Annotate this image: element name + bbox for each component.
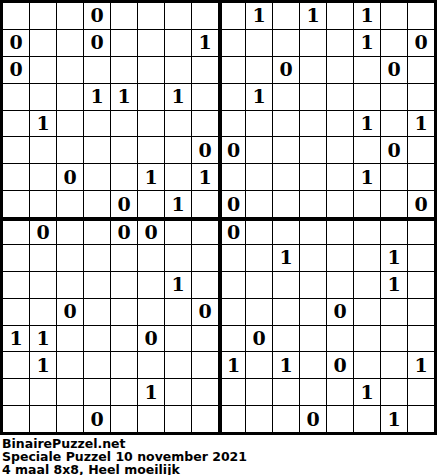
cell-r11c1[interactable]	[30, 299, 56, 325]
cell-r11c0[interactable]	[3, 299, 29, 325]
cell-r9c8[interactable]	[219, 245, 245, 271]
cell-r14c13: 1	[354, 379, 380, 405]
cell-r11c4[interactable]	[111, 299, 137, 325]
cell-r5c7: 0	[192, 137, 218, 163]
cell-r15c7[interactable]	[192, 406, 218, 432]
cell-r13c5[interactable]	[138, 352, 164, 378]
cell-r7c12[interactable]	[327, 191, 353, 217]
cell-r10c8[interactable]	[219, 272, 245, 298]
cell-r13c3[interactable]	[84, 352, 110, 378]
cell-r0c6[interactable]	[165, 3, 191, 29]
cell-r4c10[interactable]	[273, 111, 299, 137]
cell-r12c12[interactable]	[327, 326, 353, 352]
puzzle-difficulty: 4 maal 8x8, Heel moeilijk	[2, 463, 437, 475]
cell-r2c4[interactable]	[111, 57, 137, 83]
cell-r9c14: 1	[381, 245, 407, 271]
cell-r11c9[interactable]	[246, 299, 272, 325]
cell-r11c2: 0	[57, 299, 83, 325]
cell-r8c0[interactable]	[3, 218, 29, 244]
cell-r1c15: 0	[408, 30, 434, 56]
cell-r4c8[interactable]	[219, 111, 245, 137]
cell-r9c0[interactable]	[3, 245, 29, 271]
cell-r5c9[interactable]	[246, 137, 272, 163]
cell-r4c7[interactable]	[192, 111, 218, 137]
cell-r9c13[interactable]	[354, 245, 380, 271]
cell-r15c8[interactable]	[219, 406, 245, 432]
cell-r2c6[interactable]	[165, 57, 191, 83]
cell-r9c4[interactable]	[111, 245, 137, 271]
cell-r11c7: 0	[192, 299, 218, 325]
cell-r14c10[interactable]	[273, 379, 299, 405]
cell-r7c15: 0	[408, 191, 434, 217]
cell-r13c8: 1	[219, 352, 245, 378]
cell-r8c7[interactable]	[192, 218, 218, 244]
cell-r5c8: 0	[219, 137, 245, 163]
cell-r15c5[interactable]	[138, 406, 164, 432]
cell-r9c5[interactable]	[138, 245, 164, 271]
cell-r9c2[interactable]	[57, 245, 83, 271]
cell-r5c2[interactable]	[57, 137, 83, 163]
cell-r7c4: 0	[111, 191, 137, 217]
cell-r14c7[interactable]	[192, 379, 218, 405]
cell-r4c15: 1	[408, 111, 434, 137]
cell-r0c3: 0	[84, 3, 110, 29]
cell-r11c10[interactable]	[273, 299, 299, 325]
cell-r6c0[interactable]	[3, 164, 29, 190]
cell-r14c14[interactable]	[381, 379, 407, 405]
cell-r2c10: 0	[273, 57, 299, 83]
cell-r9c11[interactable]	[300, 245, 326, 271]
cell-r3c11[interactable]	[300, 84, 326, 110]
footer: BinairePuzzel.net Speciale Puzzel 10 nov…	[0, 435, 437, 475]
cell-r5c11[interactable]	[300, 137, 326, 163]
cell-r2c7[interactable]	[192, 57, 218, 83]
cell-r6c7: 1	[192, 164, 218, 190]
cell-r12c10[interactable]	[273, 326, 299, 352]
cell-r1c10[interactable]	[273, 30, 299, 56]
cell-r12c9: 0	[246, 326, 272, 352]
cell-r9c9[interactable]	[246, 245, 272, 271]
cell-r10c6: 1	[165, 272, 191, 298]
cell-r2c1[interactable]	[30, 57, 56, 83]
cell-r0c11: 1	[300, 3, 326, 29]
cell-r14c12[interactable]	[327, 379, 353, 405]
cell-r11c6[interactable]	[165, 299, 191, 325]
cell-r3c5[interactable]	[138, 84, 164, 110]
cell-r12c6[interactable]	[165, 326, 191, 352]
cell-r2c12[interactable]	[327, 57, 353, 83]
cell-r8c5: 0	[138, 218, 164, 244]
cell-r13c14[interactable]	[381, 352, 407, 378]
cell-r9c7[interactable]	[192, 245, 218, 271]
cell-r13c2[interactable]	[57, 352, 83, 378]
cell-r0c1[interactable]	[30, 3, 56, 29]
cell-r1c2[interactable]	[57, 30, 83, 56]
cell-r3c14[interactable]	[381, 84, 407, 110]
cell-r14c15[interactable]	[408, 379, 434, 405]
cell-r15c1[interactable]	[30, 406, 56, 432]
cell-r0c0[interactable]	[3, 3, 29, 29]
cell-r6c10[interactable]	[273, 164, 299, 190]
cell-r3c10[interactable]	[273, 84, 299, 110]
cell-r3c0[interactable]	[3, 84, 29, 110]
cell-r5c0[interactable]	[3, 137, 29, 163]
cell-r13c12: 0	[327, 352, 353, 378]
cell-r4c14[interactable]	[381, 111, 407, 137]
cell-r5c10[interactable]	[273, 137, 299, 163]
cell-r3c4: 1	[111, 84, 137, 110]
cell-r10c14: 1	[381, 272, 407, 298]
cell-r13c15: 1	[408, 352, 434, 378]
cell-r6c6[interactable]	[165, 164, 191, 190]
cell-r10c2[interactable]	[57, 272, 83, 298]
cell-r7c10[interactable]	[273, 191, 299, 217]
cell-r10c3[interactable]	[84, 272, 110, 298]
cell-r0c10[interactable]	[273, 3, 299, 29]
cell-r8c2[interactable]	[57, 218, 83, 244]
cell-r1c4[interactable]	[111, 30, 137, 56]
cell-r11c13[interactable]	[354, 299, 380, 325]
cell-r3c9: 1	[246, 84, 272, 110]
cell-r8c6[interactable]	[165, 218, 191, 244]
cell-r1c13: 1	[354, 30, 380, 56]
cell-r6c3[interactable]	[84, 164, 110, 190]
cell-r10c15[interactable]	[408, 272, 434, 298]
cell-r3c15[interactable]	[408, 84, 434, 110]
cell-r9c6[interactable]	[165, 245, 191, 271]
cell-r4c5[interactable]	[138, 111, 164, 137]
cell-r3c7[interactable]	[192, 84, 218, 110]
cell-r12c13[interactable]	[354, 326, 380, 352]
cell-r13c13[interactable]	[354, 352, 380, 378]
cell-r13c4[interactable]	[111, 352, 137, 378]
cell-r8c1: 0	[30, 218, 56, 244]
cell-r10c1[interactable]	[30, 272, 56, 298]
cell-r4c2[interactable]	[57, 111, 83, 137]
cell-r12c15[interactable]	[408, 326, 434, 352]
cell-r7c0[interactable]	[3, 191, 29, 217]
cell-r1c5[interactable]	[138, 30, 164, 56]
cell-r8c12[interactable]	[327, 218, 353, 244]
cell-r15c10[interactable]	[273, 406, 299, 432]
cell-r11c8[interactable]	[219, 299, 245, 325]
cell-r15c9[interactable]	[246, 406, 272, 432]
cell-r8c10[interactable]	[273, 218, 299, 244]
cell-r5c6[interactable]	[165, 137, 191, 163]
cell-r7c13[interactable]	[354, 191, 380, 217]
cell-r14c0[interactable]	[3, 379, 29, 405]
cell-r4c13: 1	[354, 111, 380, 137]
cell-r6c5: 1	[138, 164, 164, 190]
cell-r6c14[interactable]	[381, 164, 407, 190]
cell-r1c6[interactable]	[165, 30, 191, 56]
cell-r2c5[interactable]	[138, 57, 164, 83]
cell-r9c12[interactable]	[327, 245, 353, 271]
cell-r7c1[interactable]	[30, 191, 56, 217]
binary-puzzle-page: 0111001100001111111000011101000000111100…	[0, 0, 437, 475]
cell-r12c0: 1	[3, 326, 29, 352]
cell-r1c8[interactable]	[219, 30, 245, 56]
cell-r14c9[interactable]	[246, 379, 272, 405]
cell-r8c13[interactable]	[354, 218, 380, 244]
cell-r14c11[interactable]	[300, 379, 326, 405]
cell-r15c12[interactable]	[327, 406, 353, 432]
cell-r6c2: 0	[57, 164, 83, 190]
cell-r13c11[interactable]	[300, 352, 326, 378]
cell-r4c0[interactable]	[3, 111, 29, 137]
cell-r8c14[interactable]	[381, 218, 407, 244]
cell-r4c11[interactable]	[300, 111, 326, 137]
cell-r14c6[interactable]	[165, 379, 191, 405]
cell-r4c6[interactable]	[165, 111, 191, 137]
cell-r12c14[interactable]	[381, 326, 407, 352]
cell-r10c11[interactable]	[300, 272, 326, 298]
cell-r8c11[interactable]	[300, 218, 326, 244]
cell-r0c12[interactable]	[327, 3, 353, 29]
cell-r15c2[interactable]	[57, 406, 83, 432]
cell-r6c15[interactable]	[408, 164, 434, 190]
cell-r1c3: 0	[84, 30, 110, 56]
cell-r4c4[interactable]	[111, 111, 137, 137]
cell-r3c2[interactable]	[57, 84, 83, 110]
cell-r5c5[interactable]	[138, 137, 164, 163]
cell-r13c0[interactable]	[3, 352, 29, 378]
cell-r13c9[interactable]	[246, 352, 272, 378]
cell-r13c10: 1	[273, 352, 299, 378]
cell-r2c14: 0	[381, 57, 407, 83]
cell-r3c6: 1	[165, 84, 191, 110]
cell-r3c1[interactable]	[30, 84, 56, 110]
cell-r12c4[interactable]	[111, 326, 137, 352]
cell-r15c15[interactable]	[408, 406, 434, 432]
cell-r11c12: 0	[327, 299, 353, 325]
cell-r8c3[interactable]	[84, 218, 110, 244]
cell-r3c8[interactable]	[219, 84, 245, 110]
cell-r7c5[interactable]	[138, 191, 164, 217]
cell-r6c4[interactable]	[111, 164, 137, 190]
cell-r12c1: 1	[30, 326, 56, 352]
cell-r9c10: 1	[273, 245, 299, 271]
cell-r6c9[interactable]	[246, 164, 272, 190]
cell-r14c3[interactable]	[84, 379, 110, 405]
cell-r14c5: 1	[138, 379, 164, 405]
cell-r13c7[interactable]	[192, 352, 218, 378]
cell-r7c9[interactable]	[246, 191, 272, 217]
cell-r7c8: 0	[219, 191, 245, 217]
cell-r5c13[interactable]	[354, 137, 380, 163]
cell-r0c7[interactable]	[192, 3, 218, 29]
cell-r12c5: 0	[138, 326, 164, 352]
cell-r14c8[interactable]	[219, 379, 245, 405]
cell-r1c0: 0	[3, 30, 29, 56]
cell-r1c1[interactable]	[30, 30, 56, 56]
cell-r10c9[interactable]	[246, 272, 272, 298]
cell-r14c2[interactable]	[57, 379, 83, 405]
cell-r8c15[interactable]	[408, 218, 434, 244]
cell-r1c12[interactable]	[327, 30, 353, 56]
cell-r10c13[interactable]	[354, 272, 380, 298]
cell-r2c9[interactable]	[246, 57, 272, 83]
cell-r5c12[interactable]	[327, 137, 353, 163]
cell-r15c13[interactable]	[354, 406, 380, 432]
cell-r0c4[interactable]	[111, 3, 137, 29]
cell-r4c12[interactable]	[327, 111, 353, 137]
cell-r6c13: 1	[354, 164, 380, 190]
cell-r2c15[interactable]	[408, 57, 434, 83]
cell-r12c3[interactable]	[84, 326, 110, 352]
cell-r4c1: 1	[30, 111, 56, 137]
cell-r3c13[interactable]	[354, 84, 380, 110]
cell-r9c3[interactable]	[84, 245, 110, 271]
cell-r7c6: 1	[165, 191, 191, 217]
cell-r5c15[interactable]	[408, 137, 434, 163]
cell-r13c1: 1	[30, 352, 56, 378]
cell-r10c0[interactable]	[3, 272, 29, 298]
cell-r8c4: 0	[111, 218, 137, 244]
cell-r1c9[interactable]	[246, 30, 272, 56]
cell-r1c11[interactable]	[300, 30, 326, 56]
cell-r15c14: 1	[381, 406, 407, 432]
cell-r15c11: 0	[300, 406, 326, 432]
cell-r2c8[interactable]	[219, 57, 245, 83]
cell-r12c7[interactable]	[192, 326, 218, 352]
cell-r5c4[interactable]	[111, 137, 137, 163]
cell-r6c11[interactable]	[300, 164, 326, 190]
cell-r11c3[interactable]	[84, 299, 110, 325]
cell-r0c15[interactable]	[408, 3, 434, 29]
cell-r15c4[interactable]	[111, 406, 137, 432]
cell-r12c8[interactable]	[219, 326, 245, 352]
cell-r5c3[interactable]	[84, 137, 110, 163]
cell-r7c7[interactable]	[192, 191, 218, 217]
cell-r4c9[interactable]	[246, 111, 272, 137]
cell-r6c1[interactable]	[30, 164, 56, 190]
cell-r11c14[interactable]	[381, 299, 407, 325]
cell-r10c5[interactable]	[138, 272, 164, 298]
cell-r2c13[interactable]	[354, 57, 380, 83]
cell-r10c7[interactable]	[192, 272, 218, 298]
cell-r0c8[interactable]	[219, 3, 245, 29]
cell-r8c8: 0	[219, 218, 245, 244]
cell-r3c12[interactable]	[327, 84, 353, 110]
cell-r8c9[interactable]	[246, 218, 272, 244]
cell-r0c14[interactable]	[381, 3, 407, 29]
cell-r0c5[interactable]	[138, 3, 164, 29]
cell-r0c13: 1	[354, 3, 380, 29]
cell-r6c12[interactable]	[327, 164, 353, 190]
cell-r5c1[interactable]	[30, 137, 56, 163]
cell-r2c11[interactable]	[300, 57, 326, 83]
cell-r6c8[interactable]	[219, 164, 245, 190]
cell-r2c2[interactable]	[57, 57, 83, 83]
cell-r14c4[interactable]	[111, 379, 137, 405]
cell-r3c3: 1	[84, 84, 110, 110]
cell-r11c5[interactable]	[138, 299, 164, 325]
cell-r10c12[interactable]	[327, 272, 353, 298]
cell-r7c3[interactable]	[84, 191, 110, 217]
cell-r2c0: 0	[3, 57, 29, 83]
cell-r11c15[interactable]	[408, 299, 434, 325]
puzzle-grid: 0111001100001111111000011101000000111100…	[0, 0, 437, 435]
cell-r9c1[interactable]	[30, 245, 56, 271]
cell-r10c10[interactable]	[273, 272, 299, 298]
cell-r11c11[interactable]	[300, 299, 326, 325]
cell-r4c3[interactable]	[84, 111, 110, 137]
cell-r7c2[interactable]	[57, 191, 83, 217]
cell-r0c9: 1	[246, 3, 272, 29]
cell-r15c6[interactable]	[165, 406, 191, 432]
cell-r9c15[interactable]	[408, 245, 434, 271]
cell-r12c11[interactable]	[300, 326, 326, 352]
cell-r12c2[interactable]	[57, 326, 83, 352]
cell-r15c3: 0	[84, 406, 110, 432]
cell-r7c14[interactable]	[381, 191, 407, 217]
cell-r1c14[interactable]	[381, 30, 407, 56]
cell-r13c6[interactable]	[165, 352, 191, 378]
cell-r15c0[interactable]	[3, 406, 29, 432]
cell-r2c3[interactable]	[84, 57, 110, 83]
cell-r5c14: 0	[381, 137, 407, 163]
cell-r10c4[interactable]	[111, 272, 137, 298]
cell-r1c7: 1	[192, 30, 218, 56]
cell-r14c1[interactable]	[30, 379, 56, 405]
cell-r0c2[interactable]	[57, 3, 83, 29]
cell-r7c11[interactable]	[300, 191, 326, 217]
